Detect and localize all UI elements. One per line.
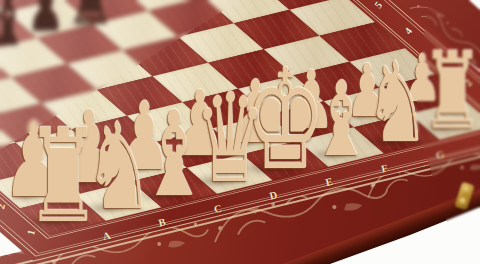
black-bishop-a7[interactable]: ♝ — [0, 0, 28, 54]
black-rook-b8[interactable]: ♜ — [67, 0, 116, 37]
rank-label-5-right: 5 — [372, 0, 384, 10]
rank-label-4-right: 4 — [402, 25, 414, 36]
white-knight-g1[interactable]: ♞ — [365, 48, 430, 159]
chess-set-photo: AABBCCDDEEFFGGHH1122334455667788 ♜♞♝♛♚♝♞… — [0, 0, 480, 264]
black-pawn-b7[interactable]: ♟ — [28, 0, 65, 41]
white-rook-h1[interactable]: ♜ — [421, 38, 480, 144]
latch-knob — [458, 197, 467, 206]
white-rook-a1[interactable]: ♜ — [25, 112, 100, 241]
latch-knob — [462, 185, 471, 194]
